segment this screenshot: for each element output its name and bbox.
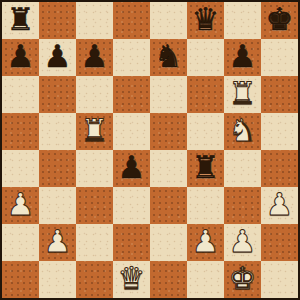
square-d6[interactable]: [113, 76, 150, 113]
square-a7[interactable]: ♟: [2, 39, 39, 76]
square-d2[interactable]: [113, 224, 150, 261]
square-b1[interactable]: [39, 261, 76, 298]
square-c4[interactable]: [76, 150, 113, 187]
square-f2[interactable]: ♟: [187, 224, 224, 261]
square-e6[interactable]: [150, 76, 187, 113]
piece-white-knight-g5[interactable]: ♞: [229, 115, 257, 146]
square-h3[interactable]: ♟: [261, 187, 298, 224]
piece-white-pawn-g2[interactable]: ♟: [229, 226, 257, 257]
square-d3[interactable]: [113, 187, 150, 224]
square-f6[interactable]: [187, 76, 224, 113]
square-e2[interactable]: [150, 224, 187, 261]
square-h1[interactable]: [261, 261, 298, 298]
square-b2[interactable]: ♟: [39, 224, 76, 261]
square-c5[interactable]: ♜: [76, 113, 113, 150]
piece-black-knight-e7[interactable]: ♞: [155, 41, 183, 72]
square-b4[interactable]: [39, 150, 76, 187]
square-c8[interactable]: [76, 2, 113, 39]
piece-white-pawn-b2[interactable]: ♟: [44, 226, 72, 257]
square-a3[interactable]: ♟: [2, 187, 39, 224]
square-h8[interactable]: ♚: [261, 2, 298, 39]
square-d5[interactable]: [113, 113, 150, 150]
square-f3[interactable]: [187, 187, 224, 224]
square-f5[interactable]: [187, 113, 224, 150]
square-e5[interactable]: [150, 113, 187, 150]
square-c2[interactable]: [76, 224, 113, 261]
piece-white-pawn-h3[interactable]: ♟: [266, 189, 294, 220]
square-a1[interactable]: [2, 261, 39, 298]
square-g1[interactable]: ♚: [224, 261, 261, 298]
piece-black-king-h8[interactable]: ♚: [266, 4, 294, 35]
piece-white-pawn-f2[interactable]: ♟: [192, 226, 220, 257]
square-b6[interactable]: [39, 76, 76, 113]
square-d4[interactable]: ♟: [113, 150, 150, 187]
square-h2[interactable]: [261, 224, 298, 261]
square-c1[interactable]: [76, 261, 113, 298]
square-h7[interactable]: [261, 39, 298, 76]
square-g5[interactable]: ♞: [224, 113, 261, 150]
square-g4[interactable]: [224, 150, 261, 187]
square-g8[interactable]: [224, 2, 261, 39]
square-b8[interactable]: [39, 2, 76, 39]
piece-black-rook-f4[interactable]: ♜: [192, 152, 220, 183]
square-c6[interactable]: [76, 76, 113, 113]
piece-black-pawn-c7[interactable]: ♟: [81, 41, 109, 72]
square-a2[interactable]: [2, 224, 39, 261]
square-c3[interactable]: [76, 187, 113, 224]
piece-black-pawn-a7[interactable]: ♟: [7, 41, 35, 72]
piece-black-pawn-b7[interactable]: ♟: [44, 41, 72, 72]
square-g2[interactable]: ♟: [224, 224, 261, 261]
piece-black-pawn-g7[interactable]: ♟: [229, 41, 257, 72]
square-f4[interactable]: ♜: [187, 150, 224, 187]
piece-white-queen-d1[interactable]: ♛: [118, 263, 146, 294]
square-h4[interactable]: [261, 150, 298, 187]
square-e8[interactable]: [150, 2, 187, 39]
piece-white-rook-g6[interactable]: ♜: [229, 78, 257, 109]
square-a5[interactable]: [2, 113, 39, 150]
square-f8[interactable]: ♛: [187, 2, 224, 39]
square-d8[interactable]: [113, 2, 150, 39]
square-h6[interactable]: [261, 76, 298, 113]
square-d1[interactable]: ♛: [113, 261, 150, 298]
square-d7[interactable]: [113, 39, 150, 76]
piece-white-pawn-a3[interactable]: ♟: [7, 189, 35, 220]
piece-white-rook-c5[interactable]: ♜: [81, 115, 109, 146]
square-g7[interactable]: ♟: [224, 39, 261, 76]
square-e4[interactable]: [150, 150, 187, 187]
square-g3[interactable]: [224, 187, 261, 224]
piece-white-king-g1[interactable]: ♚: [229, 263, 257, 294]
square-f1[interactable]: [187, 261, 224, 298]
piece-black-pawn-d4[interactable]: ♟: [118, 152, 146, 183]
square-g6[interactable]: ♜: [224, 76, 261, 113]
square-f7[interactable]: [187, 39, 224, 76]
square-c7[interactable]: ♟: [76, 39, 113, 76]
square-b3[interactable]: [39, 187, 76, 224]
square-h5[interactable]: [261, 113, 298, 150]
square-b5[interactable]: [39, 113, 76, 150]
chess-board: ♜♛♚♟♟♟♞♟♜♜♞♟♜♟♟♟♟♟♛♚: [0, 0, 300, 300]
piece-black-rook-a8[interactable]: ♜: [7, 4, 35, 35]
square-a8[interactable]: ♜: [2, 2, 39, 39]
square-e7[interactable]: ♞: [150, 39, 187, 76]
square-e3[interactable]: [150, 187, 187, 224]
square-e1[interactable]: [150, 261, 187, 298]
square-b7[interactable]: ♟: [39, 39, 76, 76]
square-a6[interactable]: [2, 76, 39, 113]
square-a4[interactable]: [2, 150, 39, 187]
piece-black-queen-f8[interactable]: ♛: [192, 4, 220, 35]
